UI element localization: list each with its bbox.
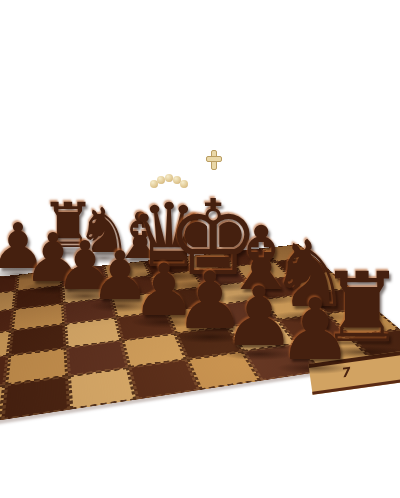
piece-pawn-h7: ♟ xyxy=(273,287,358,372)
king-cross-finial xyxy=(206,150,220,168)
pieces-layer: ♜♞♝♛♚♝♞♜♟♟♟♟♟♟♟♟ xyxy=(0,0,400,498)
queen-bead-icon xyxy=(157,176,165,184)
chess-set-photo: 7 ♜♞♝♛♚♝♞♜♟♟♟♟♟♟♟♟ xyxy=(0,0,400,498)
cross-horizontal-bar xyxy=(206,156,222,162)
